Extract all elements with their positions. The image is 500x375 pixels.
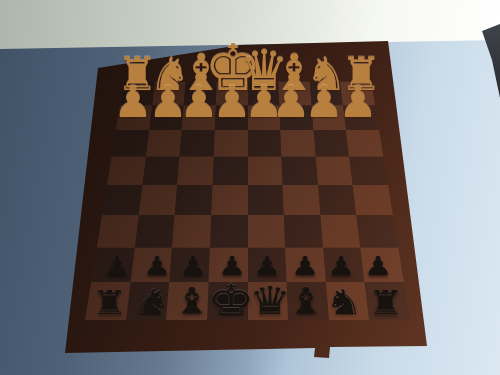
wall-background: [0, 0, 500, 52]
chess-photo-scene: ♜♞♝♚♛♝♞♜♟♟♟♟♟♟♟♟♟♟♟♟♟♟♟♟♜♞♝♚♛♝♞♜: [0, 0, 500, 375]
chess-box-board: [0, 0, 500, 375]
